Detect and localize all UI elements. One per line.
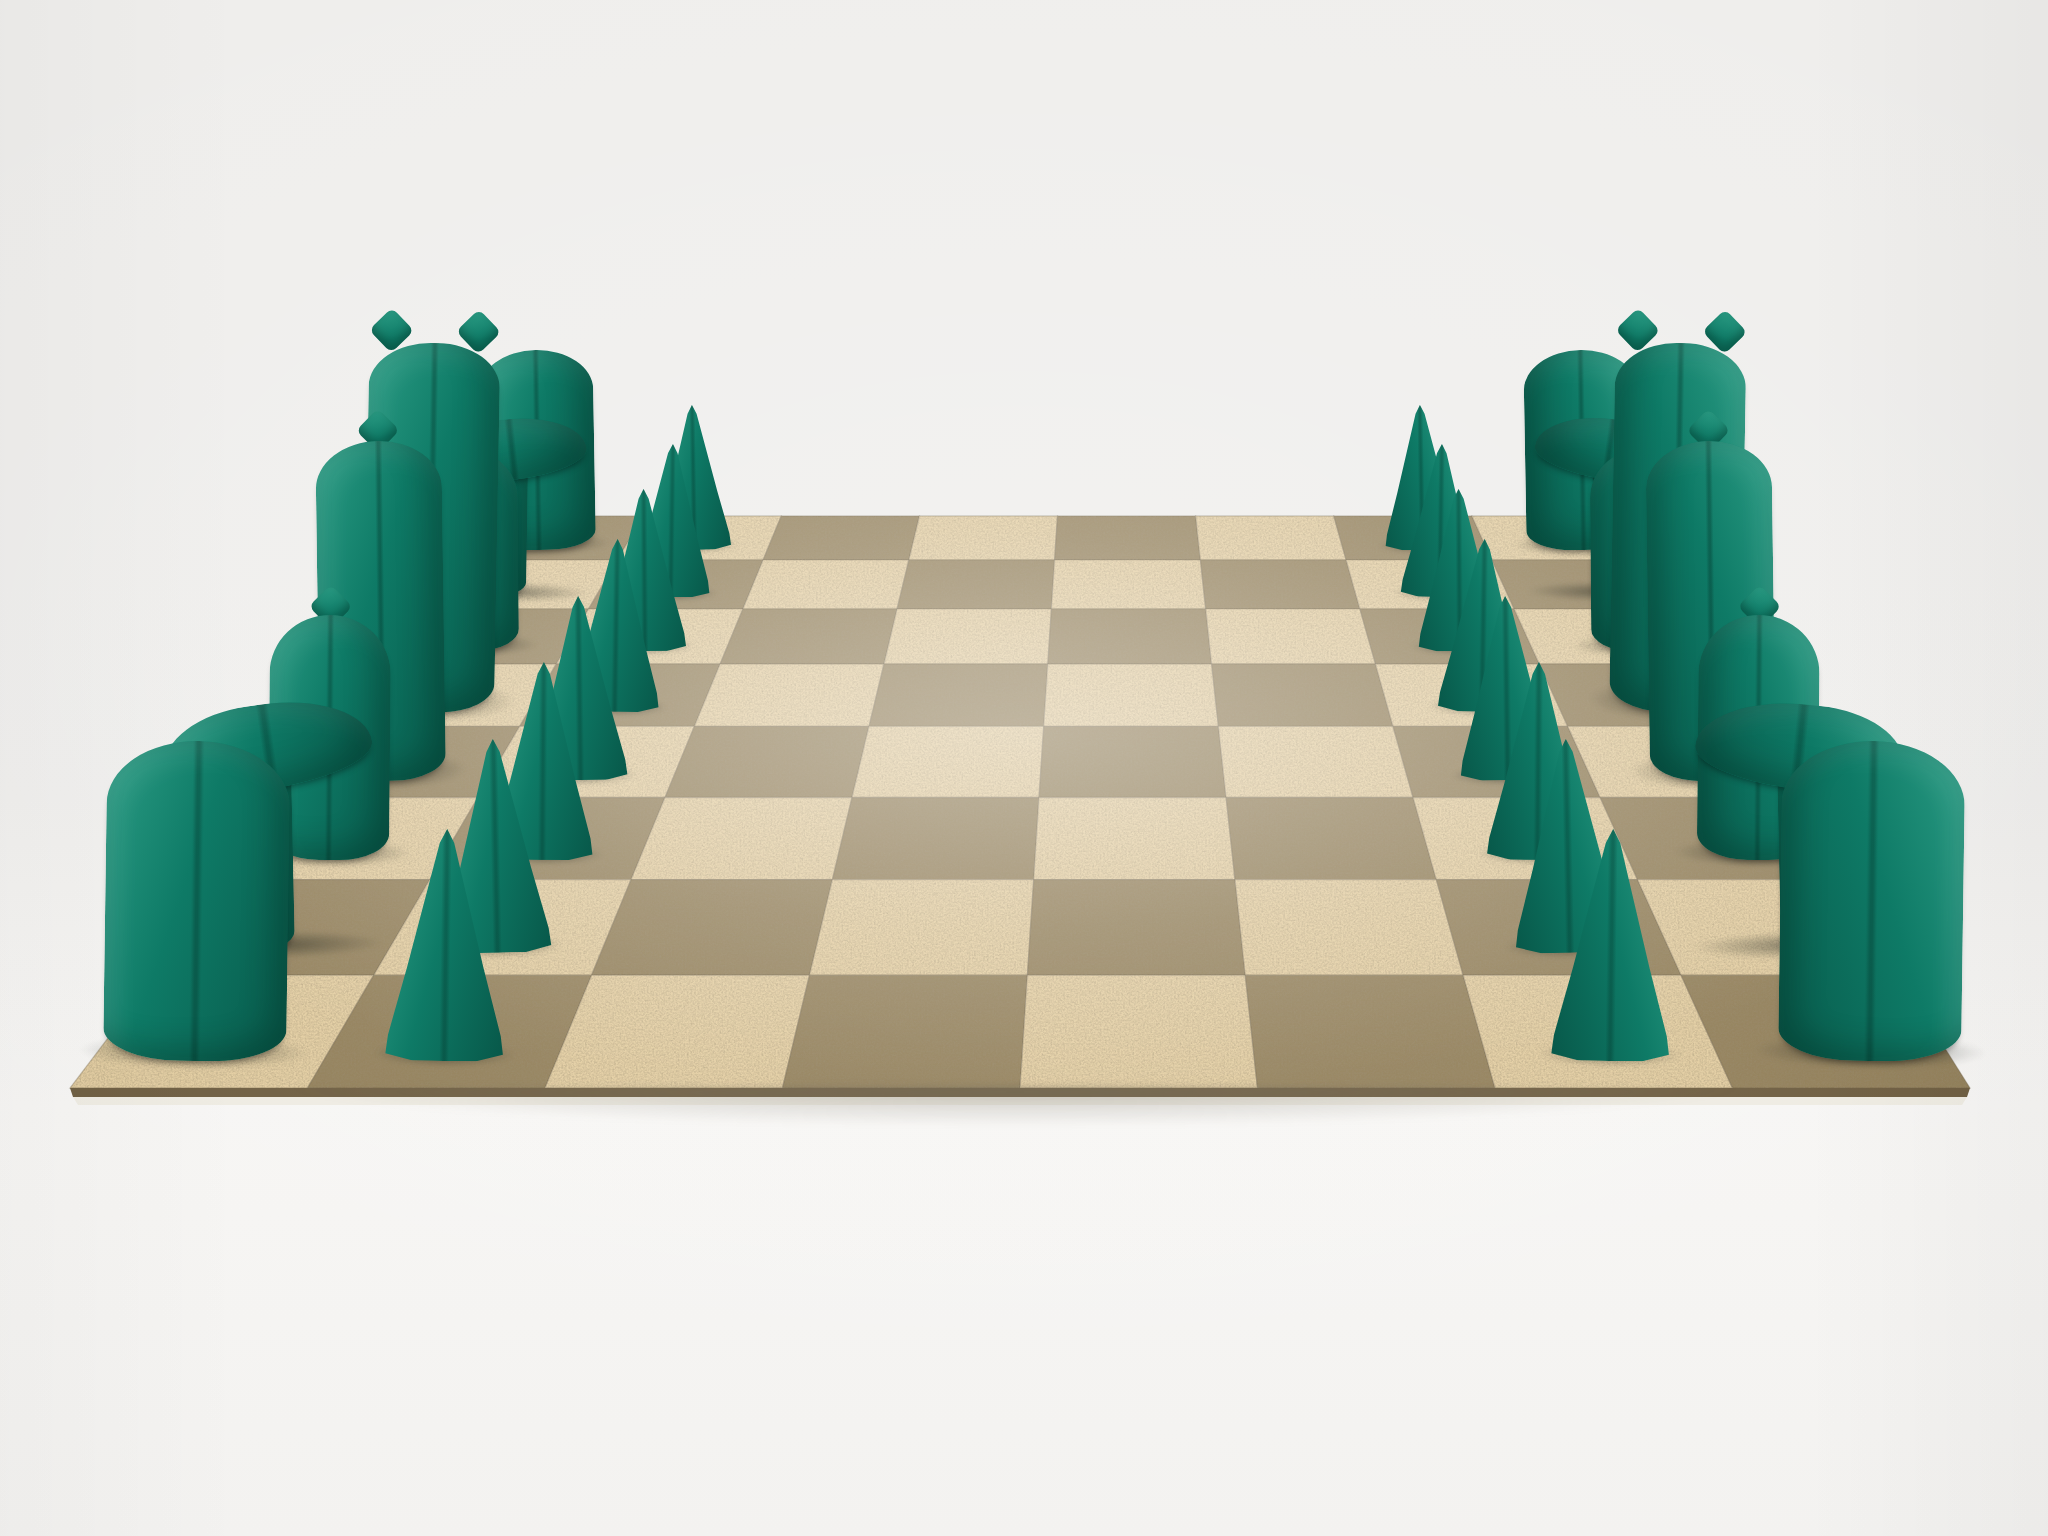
pawn-cone bbox=[384, 828, 507, 1062]
piece-white-pawn-a2[interactable] bbox=[384, 828, 507, 1062]
pieces-layer bbox=[0, 0, 2048, 1536]
piece-black-pawn-a7[interactable] bbox=[1550, 828, 1673, 1062]
rook-figure bbox=[97, 739, 296, 1062]
pawn-figure bbox=[384, 828, 507, 1062]
rook-body bbox=[1778, 740, 1966, 1063]
piece-black-rook-a8[interactable] bbox=[1772, 739, 1971, 1062]
pawn-cone bbox=[1550, 828, 1673, 1062]
pawn-figure bbox=[1550, 828, 1673, 1062]
piece-white-rook-a1[interactable] bbox=[97, 739, 296, 1062]
studio-scene bbox=[0, 0, 2048, 1536]
rook-figure bbox=[1772, 739, 1971, 1062]
rook-body bbox=[103, 740, 291, 1063]
